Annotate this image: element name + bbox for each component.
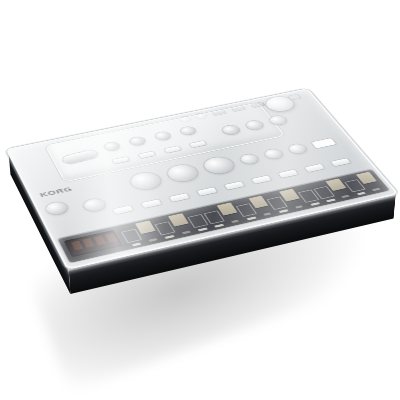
function-button [197,187,217,196]
small-knob [268,115,289,126]
scene: KORG [0,0,400,400]
right-knob-cluster [221,115,289,136]
display-segment [82,238,94,248]
display-segment [94,236,106,246]
function-button [278,170,298,178]
function-button [305,164,325,172]
small-knob [179,126,197,136]
wide-button [311,138,336,148]
small-knob [263,148,285,160]
led-display [64,230,123,257]
small-knob [244,120,265,131]
display-segment [71,241,83,251]
small-knob [129,136,147,146]
large-knob [200,155,237,176]
function-button [224,181,244,189]
panel-knob [81,197,107,212]
small-knob [287,143,309,155]
large-knob [127,170,164,191]
small-knob [154,131,172,141]
brand-logo: KORG [39,186,74,199]
small-button [190,141,207,148]
function-button [113,205,133,214]
product-photo: KORG [0,0,400,400]
small-knob [221,124,242,135]
panel-knob [44,201,70,217]
small-knob [103,141,121,151]
small-button [112,157,129,164]
small-button [164,146,181,153]
left-knob-group [44,193,108,220]
small-knob [238,153,260,165]
function-button [169,193,189,202]
pitch-wheel [61,149,99,165]
function-button [141,199,161,208]
large-knob [164,163,201,184]
function-button [251,175,271,183]
display-segment [105,233,117,243]
small-button [138,151,155,158]
function-button [331,158,351,166]
